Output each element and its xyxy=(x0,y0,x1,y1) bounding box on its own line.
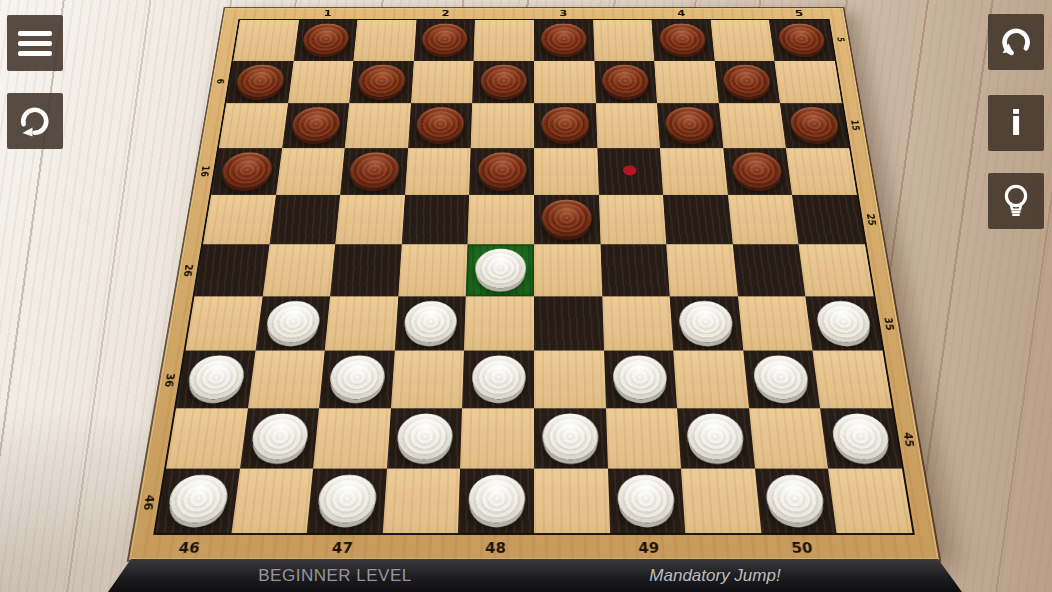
white-man-47[interactable] xyxy=(317,475,378,524)
board-frame: 123454647484950616263646515253545 xyxy=(129,8,939,560)
light-square xyxy=(276,148,345,195)
coord-label-48: 48 xyxy=(481,542,511,555)
square-49[interactable] xyxy=(608,469,686,533)
white-man-46[interactable] xyxy=(166,475,230,524)
white-man-48[interactable] xyxy=(468,475,525,524)
light-square xyxy=(534,351,606,409)
coord-label-50: 50 xyxy=(787,542,818,555)
light-square xyxy=(354,20,417,61)
undo-button[interactable] xyxy=(988,14,1044,70)
square-2[interactable] xyxy=(414,20,476,61)
square-44[interactable] xyxy=(677,408,755,469)
light-square xyxy=(654,61,718,104)
coord-label-16: 16 xyxy=(198,163,212,179)
square-10[interactable] xyxy=(714,61,780,104)
square-27[interactable] xyxy=(330,244,401,296)
white-man-38[interactable] xyxy=(471,356,525,400)
light-square xyxy=(468,195,534,244)
coord-label-47: 47 xyxy=(327,542,358,555)
light-square xyxy=(248,351,325,409)
square-29[interactable] xyxy=(600,244,670,296)
coord-label-45: 45 xyxy=(900,429,917,450)
light-square xyxy=(185,296,262,351)
white-man-35[interactable] xyxy=(814,301,872,342)
board-grid xyxy=(153,19,915,535)
black-man-11[interactable] xyxy=(290,107,341,141)
square-32[interactable] xyxy=(395,296,466,351)
light-square xyxy=(474,20,534,61)
white-man-34[interactable] xyxy=(678,301,734,342)
square-19[interactable] xyxy=(597,148,663,195)
square-15[interactable] xyxy=(780,103,849,148)
square-40[interactable] xyxy=(743,351,820,409)
light-square xyxy=(203,195,276,244)
square-31[interactable] xyxy=(255,296,330,351)
black-man-8[interactable] xyxy=(480,64,527,96)
black-man-15[interactable] xyxy=(788,107,840,141)
coord-label-46: 46 xyxy=(173,542,205,555)
square-8[interactable] xyxy=(472,61,534,104)
coord-label-26: 26 xyxy=(181,261,196,279)
black-man-6[interactable] xyxy=(235,64,286,96)
square-47[interactable] xyxy=(307,469,387,533)
coord-label-3: 3 xyxy=(552,10,575,18)
white-man-50[interactable] xyxy=(764,475,826,524)
light-square xyxy=(775,61,842,104)
black-man-16[interactable] xyxy=(220,152,274,188)
restart-icon xyxy=(17,103,53,139)
light-square xyxy=(398,244,468,296)
light-square xyxy=(262,244,335,296)
square-17[interactable] xyxy=(340,148,408,195)
white-man-45[interactable] xyxy=(830,413,892,459)
coord-label-5: 5 xyxy=(834,32,847,46)
light-square xyxy=(231,469,313,533)
black-man-5[interactable] xyxy=(777,24,827,55)
black-man-23[interactable] xyxy=(542,199,592,236)
light-square xyxy=(660,148,728,195)
coord-label-49: 49 xyxy=(634,542,665,555)
light-square xyxy=(464,296,534,351)
light-square xyxy=(593,20,655,61)
square-48[interactable] xyxy=(458,469,534,533)
square-34[interactable] xyxy=(670,296,743,351)
lightbulb-icon xyxy=(997,182,1035,220)
square-33[interactable] xyxy=(534,296,604,351)
black-man-9[interactable] xyxy=(602,64,650,96)
square-37[interactable] xyxy=(319,351,394,409)
light-square xyxy=(325,296,398,351)
square-23[interactable] xyxy=(534,195,600,244)
black-man-14[interactable] xyxy=(665,107,715,141)
coord-label-5: 5 xyxy=(787,10,811,18)
white-man-28[interactable] xyxy=(474,249,526,288)
square-11[interactable] xyxy=(282,103,349,148)
light-square xyxy=(405,148,471,195)
board-3d: 123454647484950616263646515253545 xyxy=(129,8,939,560)
light-square xyxy=(411,61,474,104)
undo-icon xyxy=(998,24,1034,60)
light-square xyxy=(313,408,391,469)
mandatory-jump-message: Mandatory Jump! xyxy=(649,566,780,586)
white-man-49[interactable] xyxy=(617,475,676,524)
square-3[interactable] xyxy=(534,20,594,61)
light-square xyxy=(534,61,596,104)
square-13[interactable] xyxy=(534,103,597,148)
menu-button[interactable] xyxy=(7,15,63,71)
square-14[interactable] xyxy=(657,103,723,148)
coord-label-15: 15 xyxy=(848,117,862,133)
coord-label-2: 2 xyxy=(434,10,457,18)
black-man-3[interactable] xyxy=(541,24,587,55)
black-man-10[interactable] xyxy=(722,64,772,96)
white-man-40[interactable] xyxy=(752,356,811,400)
info-button[interactable]: i xyxy=(988,95,1044,151)
square-9[interactable] xyxy=(594,61,657,104)
square-25[interactable] xyxy=(792,195,865,244)
light-square xyxy=(166,408,248,469)
square-38[interactable] xyxy=(462,351,534,409)
light-square xyxy=(728,195,799,244)
square-26[interactable] xyxy=(194,244,269,296)
square-50[interactable] xyxy=(755,469,837,533)
light-square xyxy=(813,351,892,409)
light-square xyxy=(606,408,682,469)
black-man-2[interactable] xyxy=(421,24,468,55)
light-square xyxy=(391,351,464,409)
square-1[interactable] xyxy=(293,20,357,61)
square-20[interactable] xyxy=(723,148,792,195)
coord-label-1: 1 xyxy=(316,10,340,18)
light-square xyxy=(534,469,610,533)
black-man-13[interactable] xyxy=(541,107,589,141)
black-man-17[interactable] xyxy=(349,152,400,188)
square-4[interactable] xyxy=(652,20,715,61)
square-18[interactable] xyxy=(469,148,534,195)
light-square xyxy=(786,148,857,195)
light-square xyxy=(749,408,829,469)
jump-hint-dot[interactable] xyxy=(623,165,637,175)
white-man-39[interactable] xyxy=(612,356,668,400)
coord-label-6: 6 xyxy=(213,74,227,89)
white-man-43[interactable] xyxy=(543,413,599,459)
coord-label-35: 35 xyxy=(881,314,897,333)
light-square xyxy=(219,103,288,148)
hamburger-icon xyxy=(18,31,52,56)
white-man-44[interactable] xyxy=(686,413,745,459)
black-man-1[interactable] xyxy=(301,24,350,55)
light-square xyxy=(471,103,534,148)
white-man-41[interactable] xyxy=(250,413,310,459)
black-man-12[interactable] xyxy=(416,107,465,141)
square-41[interactable] xyxy=(240,408,320,469)
level-label: BEGINNER LEVEL xyxy=(258,566,411,586)
light-square xyxy=(534,148,599,195)
light-square xyxy=(666,244,737,296)
black-man-7[interactable] xyxy=(357,64,406,96)
white-man-36[interactable] xyxy=(186,356,246,400)
square-45[interactable] xyxy=(820,408,902,469)
light-square xyxy=(719,103,786,148)
light-square xyxy=(383,469,461,533)
white-man-32[interactable] xyxy=(403,301,457,342)
light-square xyxy=(335,195,404,244)
black-man-4[interactable] xyxy=(659,24,707,55)
white-man-42[interactable] xyxy=(396,413,453,459)
light-square xyxy=(345,103,411,148)
square-42[interactable] xyxy=(387,408,463,469)
square-6[interactable] xyxy=(226,61,293,104)
light-square xyxy=(596,103,661,148)
light-square xyxy=(602,296,673,351)
black-man-18[interactable] xyxy=(477,152,526,188)
coord-label-4: 4 xyxy=(670,10,694,18)
square-22[interactable] xyxy=(402,195,470,244)
coord-label-25: 25 xyxy=(864,211,879,228)
square-30[interactable] xyxy=(733,244,806,296)
hint-button[interactable] xyxy=(988,173,1044,229)
light-square xyxy=(681,469,761,533)
square-24[interactable] xyxy=(663,195,732,244)
white-man-37[interactable] xyxy=(329,356,386,400)
square-39[interactable] xyxy=(604,351,677,409)
light-square xyxy=(710,20,774,61)
square-5[interactable] xyxy=(769,20,835,61)
info-icon: i xyxy=(1010,106,1022,140)
square-36[interactable] xyxy=(176,351,255,409)
light-square xyxy=(534,244,602,296)
restart-button[interactable] xyxy=(7,93,63,149)
light-square xyxy=(460,408,534,469)
light-square xyxy=(233,20,299,61)
light-square xyxy=(828,469,912,533)
coord-label-36: 36 xyxy=(161,370,177,390)
light-square xyxy=(673,351,748,409)
square-7[interactable] xyxy=(349,61,413,104)
square-28[interactable] xyxy=(466,244,534,296)
square-35[interactable] xyxy=(806,296,883,351)
square-21[interactable] xyxy=(269,195,340,244)
coord-label-46: 46 xyxy=(140,491,157,513)
light-square xyxy=(799,244,874,296)
light-square xyxy=(738,296,813,351)
square-16[interactable] xyxy=(211,148,282,195)
black-man-20[interactable] xyxy=(731,152,784,188)
board-front-face: BEGINNER LEVEL Mandatory Jump! xyxy=(100,559,970,592)
checkers-app: 123454647484950616263646515253545 BEGINN… xyxy=(0,0,1052,592)
square-43[interactable] xyxy=(534,408,608,469)
light-square xyxy=(288,61,354,104)
light-square xyxy=(599,195,667,244)
square-46[interactable] xyxy=(155,469,239,533)
white-man-31[interactable] xyxy=(265,301,322,342)
square-12[interactable] xyxy=(408,103,473,148)
